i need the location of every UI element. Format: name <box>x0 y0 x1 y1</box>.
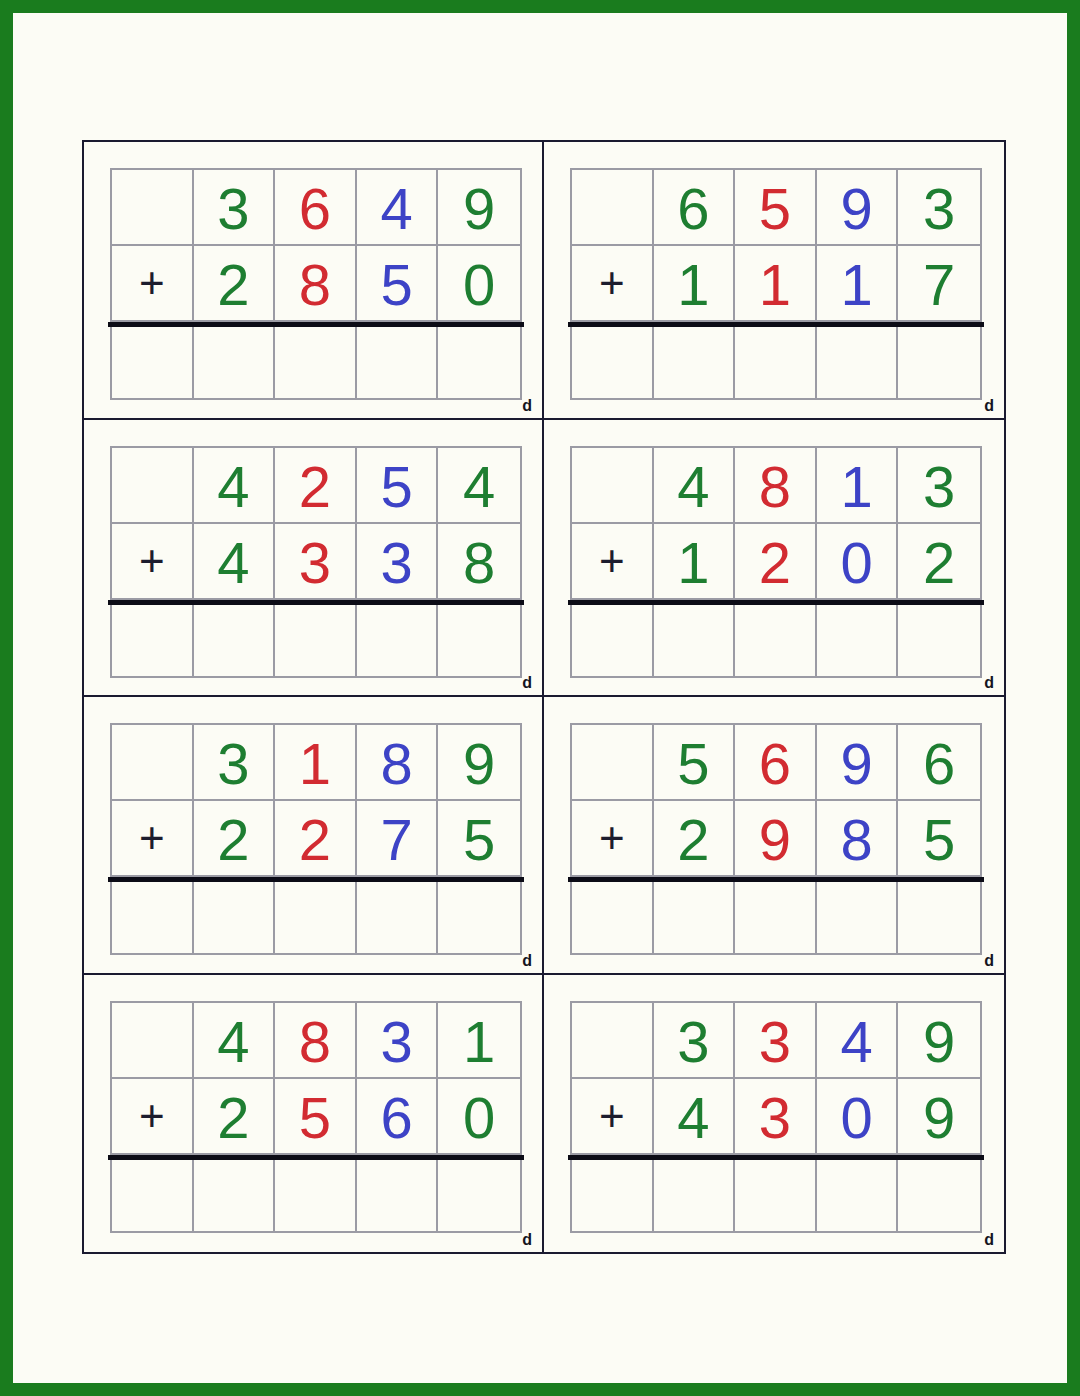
sum-line <box>568 1155 984 1160</box>
bottom-addend-digit: 0 <box>438 1079 520 1155</box>
top-addend-digit: 8 <box>357 725 439 801</box>
answer-cell[interactable] <box>817 600 899 676</box>
top-addend-digit: 9 <box>817 725 899 801</box>
digit-grid: 3649+2850 <box>110 168 522 400</box>
top-addend-digit: 9 <box>438 725 520 801</box>
top-addend-digit: 9 <box>898 1003 980 1079</box>
corner-label-d: d <box>984 952 994 970</box>
answer-cell[interactable] <box>112 1155 194 1231</box>
top-addend-digit: 8 <box>275 1003 357 1079</box>
bottom-addend-digit: 8 <box>817 801 899 877</box>
top-addend-digit: 3 <box>654 1003 736 1079</box>
bottom-addend-digit: 7 <box>357 801 439 877</box>
corner-label-d: d <box>984 1231 994 1249</box>
answer-cell[interactable] <box>438 877 520 953</box>
answer-cell[interactable] <box>898 1155 980 1231</box>
bottom-addend-digit: 1 <box>654 524 736 600</box>
answer-cell[interactable] <box>438 322 520 398</box>
sum-line <box>568 322 984 327</box>
problem-card: 3649+2850d <box>84 142 544 420</box>
answer-cell[interactable] <box>194 322 276 398</box>
answer-cell[interactable] <box>735 600 817 676</box>
answer-cell[interactable] <box>898 600 980 676</box>
bottom-addend-digit: 3 <box>275 524 357 600</box>
digit-grid: 4831+2560 <box>110 1001 522 1233</box>
bottom-addend-digit: 1 <box>654 246 736 322</box>
plus-operator: + <box>572 524 654 600</box>
bottom-addend-digit: 9 <box>735 801 817 877</box>
plus-operator: + <box>572 801 654 877</box>
top-addend-digit: 4 <box>194 1003 276 1079</box>
answer-cell[interactable] <box>275 1155 357 1231</box>
blank-cell <box>112 725 194 801</box>
problem-card: 4254+4338d <box>84 420 544 698</box>
blank-cell <box>572 725 654 801</box>
answer-cell[interactable] <box>275 322 357 398</box>
plus-operator: + <box>572 246 654 322</box>
top-addend-digit: 9 <box>438 170 520 246</box>
bottom-addend-digit: 1 <box>817 246 899 322</box>
answer-cell[interactable] <box>438 600 520 676</box>
answer-cell[interactable] <box>572 322 654 398</box>
worksheet: 3649+2850d6593+1117d4254+4338d4813+1202d… <box>82 140 1006 1254</box>
top-addend-digit: 9 <box>817 170 899 246</box>
bottom-addend-digit: 7 <box>898 246 980 322</box>
digit-grid: 6593+1117 <box>570 168 982 400</box>
top-addend-digit: 2 <box>275 448 357 524</box>
bottom-addend-digit: 2 <box>735 524 817 600</box>
top-addend-digit: 3 <box>194 725 276 801</box>
blank-cell <box>112 1003 194 1079</box>
answer-cell[interactable] <box>898 322 980 398</box>
top-addend-digit: 6 <box>735 725 817 801</box>
answer-cell[interactable] <box>817 322 899 398</box>
answer-cell[interactable] <box>194 600 276 676</box>
sum-line <box>108 1155 524 1160</box>
answer-cell[interactable] <box>112 877 194 953</box>
digit-grid: 4254+4338 <box>110 446 522 678</box>
answer-cell[interactable] <box>735 1155 817 1231</box>
answer-cell[interactable] <box>194 877 276 953</box>
problem-card: 3189+2275d <box>84 697 544 975</box>
bottom-addend-digit: 2 <box>275 801 357 877</box>
answer-cell[interactable] <box>357 600 439 676</box>
answer-cell[interactable] <box>572 600 654 676</box>
answer-cell[interactable] <box>898 877 980 953</box>
top-addend-digit: 5 <box>357 448 439 524</box>
plus-operator: + <box>112 524 194 600</box>
answer-cell[interactable] <box>735 322 817 398</box>
blank-cell <box>112 448 194 524</box>
blank-cell <box>572 448 654 524</box>
plus-operator: + <box>572 1079 654 1155</box>
corner-label-d: d <box>522 397 532 415</box>
top-addend-digit: 1 <box>275 725 357 801</box>
bottom-addend-digit: 2 <box>898 524 980 600</box>
sum-line <box>568 877 984 882</box>
problem-card: 5696+2985d <box>544 697 1004 975</box>
digit-grid: 3189+2275 <box>110 723 522 955</box>
top-addend-digit: 4 <box>194 448 276 524</box>
top-addend-digit: 1 <box>817 448 899 524</box>
sum-line <box>108 600 524 605</box>
problem-card: 3349+4309d <box>544 975 1004 1253</box>
bottom-addend-digit: 4 <box>194 524 276 600</box>
answer-cell[interactable] <box>438 1155 520 1231</box>
top-addend-digit: 3 <box>898 170 980 246</box>
bottom-addend-digit: 2 <box>194 246 276 322</box>
answer-cell[interactable] <box>572 877 654 953</box>
bottom-addend-digit: 9 <box>898 1079 980 1155</box>
top-addend-digit: 4 <box>357 170 439 246</box>
answer-cell[interactable] <box>654 1155 736 1231</box>
answer-cell[interactable] <box>735 877 817 953</box>
worksheet-page: 3649+2850d6593+1117d4254+4338d4813+1202d… <box>0 0 1080 1396</box>
answer-cell[interactable] <box>654 877 736 953</box>
problem-card: 6593+1117d <box>544 142 1004 420</box>
corner-label-d: d <box>984 674 994 692</box>
corner-label-d: d <box>984 397 994 415</box>
answer-cell[interactable] <box>572 1155 654 1231</box>
bottom-addend-digit: 8 <box>438 524 520 600</box>
bottom-addend-digit: 8 <box>275 246 357 322</box>
top-addend-digit: 4 <box>438 448 520 524</box>
blank-cell <box>572 1003 654 1079</box>
bottom-addend-digit: 5 <box>357 246 439 322</box>
top-addend-digit: 5 <box>654 725 736 801</box>
answer-cell[interactable] <box>112 600 194 676</box>
answer-cell[interactable] <box>817 877 899 953</box>
bottom-addend-digit: 2 <box>194 1079 276 1155</box>
plus-operator: + <box>112 801 194 877</box>
answer-cell[interactable] <box>357 877 439 953</box>
answer-cell[interactable] <box>357 322 439 398</box>
bottom-addend-digit: 0 <box>817 524 899 600</box>
bottom-addend-digit: 1 <box>735 246 817 322</box>
answer-cell[interactable] <box>654 322 736 398</box>
blank-cell <box>112 170 194 246</box>
answer-cell[interactable] <box>112 322 194 398</box>
top-addend-digit: 3 <box>898 448 980 524</box>
bottom-addend-digit: 5 <box>275 1079 357 1155</box>
bottom-addend-digit: 3 <box>735 1079 817 1155</box>
bottom-addend-digit: 5 <box>898 801 980 877</box>
plus-operator: + <box>112 246 194 322</box>
top-addend-digit: 6 <box>898 725 980 801</box>
sum-line <box>108 877 524 882</box>
answer-cell[interactable] <box>194 1155 276 1231</box>
bottom-addend-digit: 3 <box>357 524 439 600</box>
bottom-addend-digit: 2 <box>194 801 276 877</box>
answer-cell[interactable] <box>357 1155 439 1231</box>
answer-cell[interactable] <box>817 1155 899 1231</box>
top-addend-digit: 3 <box>735 1003 817 1079</box>
corner-label-d: d <box>522 674 532 692</box>
bottom-addend-digit: 4 <box>654 1079 736 1155</box>
corner-label-d: d <box>522 952 532 970</box>
bottom-addend-digit: 6 <box>357 1079 439 1155</box>
bottom-addend-digit: 5 <box>438 801 520 877</box>
digit-grid: 5696+2985 <box>570 723 982 955</box>
sum-line <box>108 322 524 327</box>
top-addend-digit: 4 <box>817 1003 899 1079</box>
top-addend-digit: 4 <box>654 448 736 524</box>
blank-cell <box>572 170 654 246</box>
digit-grid: 3349+4309 <box>570 1001 982 1233</box>
top-addend-digit: 1 <box>438 1003 520 1079</box>
top-addend-digit: 3 <box>357 1003 439 1079</box>
bottom-addend-digit: 0 <box>817 1079 899 1155</box>
answer-cell[interactable] <box>275 877 357 953</box>
digit-grid: 4813+1202 <box>570 446 982 678</box>
top-addend-digit: 5 <box>735 170 817 246</box>
sum-line <box>568 600 984 605</box>
answer-cell[interactable] <box>654 600 736 676</box>
problem-card: 4813+1202d <box>544 420 1004 698</box>
top-addend-digit: 6 <box>654 170 736 246</box>
top-addend-digit: 8 <box>735 448 817 524</box>
problem-card: 4831+2560d <box>84 975 544 1253</box>
corner-label-d: d <box>522 1231 532 1249</box>
top-addend-digit: 3 <box>194 170 276 246</box>
plus-operator: + <box>112 1079 194 1155</box>
top-addend-digit: 6 <box>275 170 357 246</box>
answer-cell[interactable] <box>275 600 357 676</box>
bottom-addend-digit: 2 <box>654 801 736 877</box>
bottom-addend-digit: 0 <box>438 246 520 322</box>
